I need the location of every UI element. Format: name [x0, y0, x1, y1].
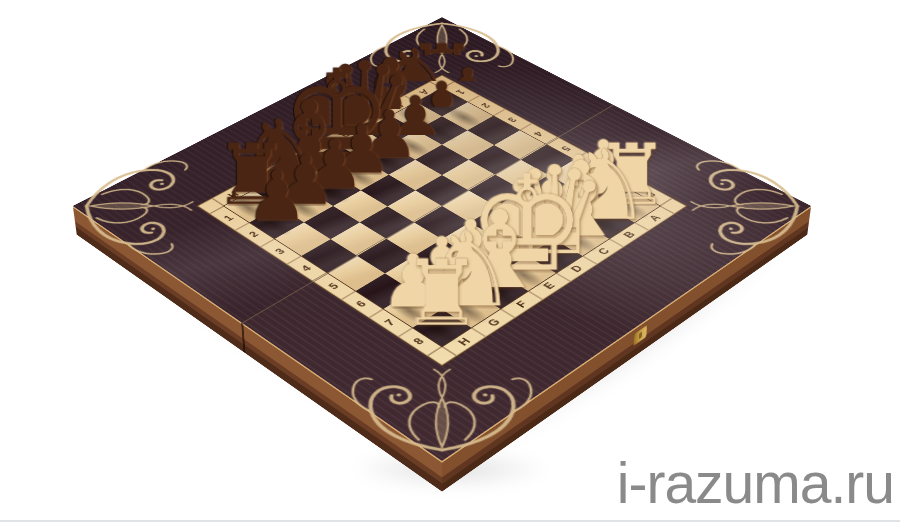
coordinate-label-8: 8: [644, 190, 659, 199]
chess-board: 12345678 12345678 ABCDEFGH ABCDEFGH ♜: [73, 17, 811, 461]
watermark-text: i-razuma.ru: [617, 450, 894, 516]
hinge-seam: [241, 322, 245, 353]
coordinate-label-1: 1: [454, 88, 468, 95]
piece-glyph: ♟: [380, 245, 445, 318]
coordinate-label-5: 5: [559, 144, 573, 152]
brass-latch: [633, 325, 647, 347]
piece-glyph: ♟: [439, 211, 503, 282]
coordinate-label-3: 3: [505, 116, 519, 124]
coordinate-label-2: 2: [479, 102, 493, 110]
coordinate-label-7: 7: [615, 174, 630, 182]
product-photo-stage: 12345678 12345678 ABCDEFGH ABCDEFGH ♜: [0, 0, 900, 526]
page-bottom-divider: [0, 520, 900, 522]
coordinate-label-6: 6: [587, 159, 602, 167]
piece-glyph: ♝: [451, 197, 548, 305]
piece-glyph: ♜: [401, 248, 483, 339]
piece-glyph: ♞: [425, 219, 517, 322]
piece-glyph: ♟: [410, 227, 475, 299]
corner-ornament-far: [351, 18, 533, 78]
coordinate-label-4: 4: [532, 130, 546, 138]
